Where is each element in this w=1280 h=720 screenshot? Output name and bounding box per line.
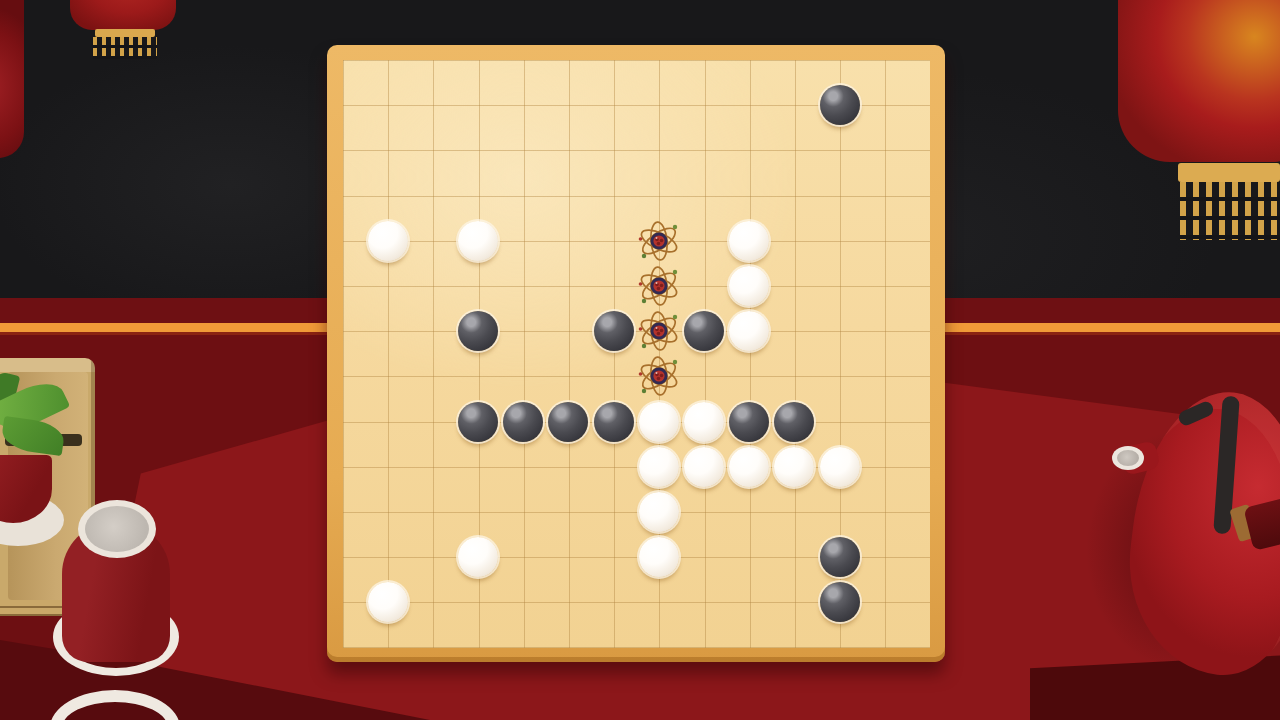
lantern-top-right-tassels xyxy=(1180,182,1280,240)
gomoku-board xyxy=(327,45,945,662)
white-stone xyxy=(639,492,679,532)
black-stone xyxy=(820,85,860,125)
white-stone xyxy=(639,537,679,577)
white-stone xyxy=(729,266,769,306)
lantern-top-right-fringe-bar xyxy=(1178,163,1280,182)
atom-powerup-icon[interactable] xyxy=(636,308,682,354)
lantern-top-left-icon xyxy=(70,0,176,30)
lantern-top-right-icon xyxy=(1118,0,1280,162)
black-stone xyxy=(458,311,498,351)
black-stone xyxy=(820,582,860,622)
black-stone xyxy=(684,311,724,351)
black-stone xyxy=(594,402,634,442)
cup-foot-face xyxy=(85,506,149,552)
black-stone xyxy=(820,537,860,577)
lantern-top-left-tassels xyxy=(93,37,157,59)
black-stone xyxy=(594,311,634,351)
black-stone xyxy=(774,402,814,442)
white-stone xyxy=(684,402,724,442)
white-stone xyxy=(368,221,408,261)
black-stone xyxy=(729,402,769,442)
gomoku-game-scene xyxy=(0,0,1280,720)
white-stone xyxy=(458,537,498,577)
atom-powerup-icon[interactable] xyxy=(636,353,682,399)
board-surface[interactable] xyxy=(343,60,931,648)
teapot-spout-opening xyxy=(1117,450,1139,466)
white-stone xyxy=(639,447,679,487)
atom-powerup-icon[interactable] xyxy=(636,218,682,264)
black-stone xyxy=(458,402,498,442)
lantern-left-edge-icon xyxy=(0,0,24,158)
white-stone xyxy=(729,311,769,351)
white-stone xyxy=(729,447,769,487)
black-stone xyxy=(503,402,543,442)
white-stone xyxy=(684,447,724,487)
white-stone xyxy=(368,582,408,622)
lantern-top-left-fringe-bar xyxy=(95,29,155,37)
white-stone xyxy=(639,402,679,442)
white-stone xyxy=(729,221,769,261)
white-stone xyxy=(820,447,860,487)
white-stone xyxy=(458,221,498,261)
black-stone xyxy=(548,402,588,442)
white-stone xyxy=(774,447,814,487)
atom-powerup-icon[interactable] xyxy=(636,263,682,309)
